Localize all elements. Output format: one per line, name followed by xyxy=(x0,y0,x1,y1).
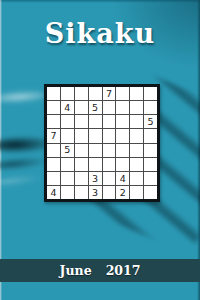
cell-r5c3 xyxy=(75,144,88,157)
cell-r1c1 xyxy=(47,87,60,100)
cell-r1c7 xyxy=(130,87,143,100)
cell-r4c2 xyxy=(61,129,74,142)
cell-r8c8 xyxy=(144,186,157,199)
cell-r7c2 xyxy=(61,172,74,185)
cell-r5c5 xyxy=(103,144,116,157)
cell-r6c1 xyxy=(47,158,60,171)
cell-r2c8 xyxy=(144,101,157,114)
cell-r6c3 xyxy=(75,158,88,171)
date-year: 2017 xyxy=(106,263,141,278)
cell-r7c7 xyxy=(130,172,143,185)
date-band: June 2017 xyxy=(0,259,200,282)
cell-r3c1 xyxy=(47,115,60,128)
cell-r4c6 xyxy=(116,129,129,142)
top-edge-shading xyxy=(0,0,200,3)
cell-r8c4: 3 xyxy=(89,186,102,199)
cell-r4c4 xyxy=(89,129,102,142)
cell-r6c7 xyxy=(130,158,143,171)
cell-r3c6 xyxy=(116,115,129,128)
cell-r8c7 xyxy=(130,186,143,199)
cell-r5c2: 5 xyxy=(61,144,74,157)
cell-r4c5 xyxy=(103,129,116,142)
cell-r1c8 xyxy=(144,87,157,100)
cell-r5c6 xyxy=(116,144,129,157)
cell-r7c8 xyxy=(144,172,157,185)
cell-r5c1 xyxy=(47,144,60,157)
cell-r8c2 xyxy=(61,186,74,199)
cell-r7c1 xyxy=(47,172,60,185)
board: 74557534432 xyxy=(47,87,157,199)
cell-r8c6: 2 xyxy=(116,186,129,199)
cell-r2c7 xyxy=(130,101,143,114)
cell-r7c6: 4 xyxy=(116,172,129,185)
cell-r3c8: 5 xyxy=(144,115,157,128)
left-wave-mid-decoration xyxy=(0,156,48,172)
cell-r1c2 xyxy=(61,87,74,100)
puzzle-board-card: 74557534432 xyxy=(44,84,160,202)
cell-r2c5 xyxy=(103,101,116,114)
cell-r5c8 xyxy=(144,144,157,157)
cell-r8c5 xyxy=(103,186,116,199)
cell-r2c4: 5 xyxy=(89,101,102,114)
cell-r6c8 xyxy=(144,158,157,171)
cell-r1c5: 7 xyxy=(103,87,116,100)
cell-r4c1: 7 xyxy=(47,129,60,142)
cell-r1c3 xyxy=(75,87,88,100)
cell-r3c5 xyxy=(103,115,116,128)
cell-r2c2: 4 xyxy=(61,101,74,114)
cell-r4c3 xyxy=(75,129,88,142)
cell-r3c4 xyxy=(89,115,102,128)
cell-r2c6 xyxy=(116,101,129,114)
cell-r8c1: 4 xyxy=(47,186,60,199)
cell-r3c3 xyxy=(75,115,88,128)
cell-r7c5 xyxy=(103,172,116,185)
cell-r7c4: 3 xyxy=(89,172,102,185)
cell-r4c8 xyxy=(144,129,157,142)
cell-r1c6 xyxy=(116,87,129,100)
cell-r1c4 xyxy=(89,87,102,100)
cell-r6c5 xyxy=(103,158,116,171)
cover-title: Sikaku xyxy=(0,18,200,49)
cell-r2c3 xyxy=(75,101,88,114)
left-wave-lower-decoration xyxy=(0,174,40,188)
cell-r5c4 xyxy=(89,144,102,157)
cell-r6c4 xyxy=(89,158,102,171)
cell-r5c7 xyxy=(130,144,143,157)
book-cover: Sikaku 74557534432 June 2017 xyxy=(0,0,200,300)
cell-r6c6 xyxy=(116,158,129,171)
cell-r2c1 xyxy=(47,101,60,114)
cell-r3c7 xyxy=(130,115,143,128)
cell-r4c7 xyxy=(130,129,143,142)
cell-r7c3 xyxy=(75,172,88,185)
cell-r3c2 xyxy=(61,115,74,128)
date-month: June xyxy=(60,263,92,278)
cell-r6c2 xyxy=(61,158,74,171)
cell-r8c3 xyxy=(75,186,88,199)
